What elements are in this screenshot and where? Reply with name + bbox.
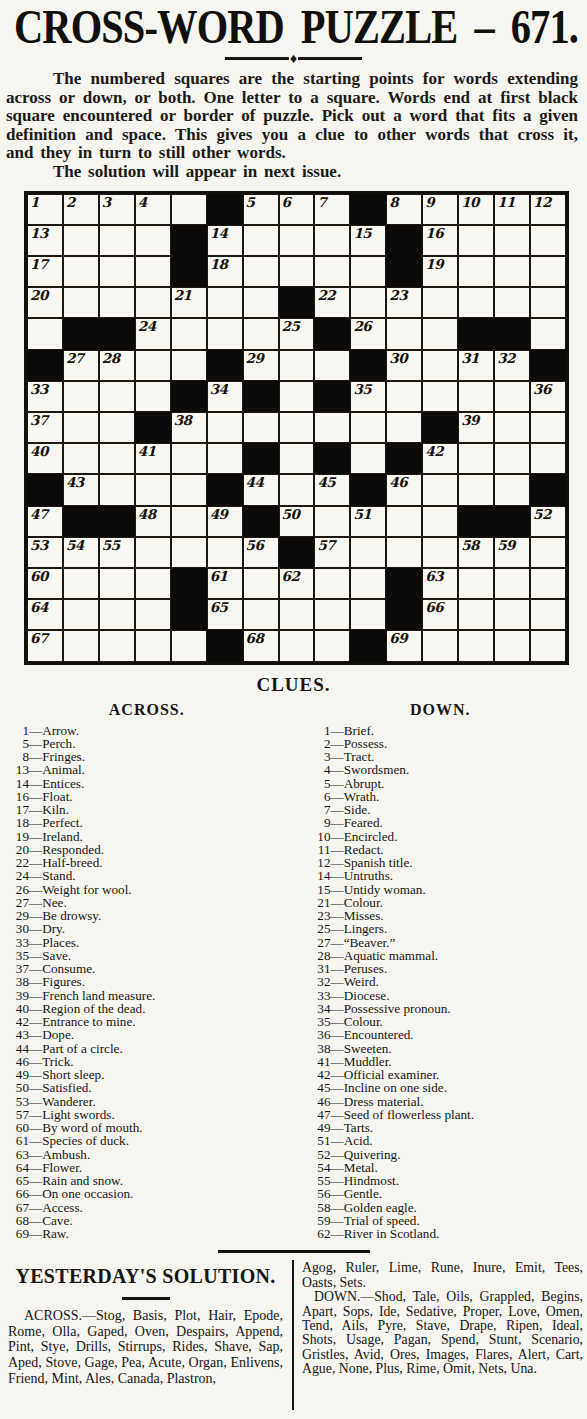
grid-cell[interactable] <box>314 506 350 537</box>
black-cell <box>422 412 458 443</box>
clue-number: 64 <box>5 1161 29 1174</box>
solution-across-text: ACROSS.—Stog, Basis, Plot, Hair, Epode, … <box>8 1308 283 1387</box>
grid-cell[interactable]: 17 <box>27 256 63 287</box>
clue-number: 14 <box>307 869 331 882</box>
grid-cell[interactable] <box>63 381 99 412</box>
black-cell <box>386 443 422 474</box>
grid-cell[interactable]: 59 <box>494 537 530 568</box>
grid-cell[interactable] <box>458 287 494 318</box>
grid-cell[interactable] <box>386 381 422 412</box>
black-cell <box>386 599 422 630</box>
grid-cell[interactable] <box>99 225 135 256</box>
grid-cell[interactable] <box>530 412 566 443</box>
grid-cell[interactable]: 1 <box>27 194 63 225</box>
grid-cell[interactable] <box>99 256 135 287</box>
clues-heading: CLUES. <box>0 674 587 696</box>
grid-cell[interactable] <box>135 474 171 505</box>
grid-cell[interactable]: 52 <box>530 506 566 537</box>
grid-cell[interactable]: 33 <box>27 381 63 412</box>
grid-cell[interactable]: 24 <box>135 318 171 349</box>
grid-cell[interactable]: 43 <box>63 474 99 505</box>
black-cell <box>350 194 386 225</box>
cell-number: 58 <box>461 537 479 553</box>
grid-cell[interactable] <box>494 599 530 630</box>
grid-cell[interactable] <box>494 256 530 287</box>
clue-item: 37—Consume. <box>5 962 294 975</box>
clue-item: 1—Brief. <box>307 724 587 737</box>
grid-cell[interactable]: 61 <box>207 568 243 599</box>
grid-cell[interactable]: 63 <box>422 568 458 599</box>
grid-cell[interactable]: 30 <box>386 350 422 381</box>
black-cell <box>207 474 243 505</box>
grid-cell[interactable] <box>243 412 279 443</box>
clue-item: 66—On one occasion. <box>5 1187 294 1200</box>
black-cell <box>171 568 207 599</box>
grid-cell[interactable] <box>171 537 207 568</box>
grid-cell[interactable]: 4 <box>135 194 171 225</box>
grid-cell[interactable] <box>27 318 63 349</box>
clue-number: 45 <box>307 1081 331 1094</box>
grid-cell[interactable]: 18 <box>207 256 243 287</box>
clue-item: 64—Flower. <box>5 1161 294 1174</box>
grid-cell[interactable]: 13 <box>27 225 63 256</box>
cell-number: 68 <box>246 630 264 646</box>
clue-number: 1 <box>5 724 29 737</box>
grid-cell[interactable] <box>422 287 458 318</box>
down-clue-list: 1—Brief.2—Possess.3—Tract.4—Swordsmen.5—… <box>294 724 587 1241</box>
grid-cell[interactable] <box>530 599 566 630</box>
grid-cell[interactable] <box>458 630 494 661</box>
grid-cell[interactable] <box>243 287 279 318</box>
clue-number: 67 <box>5 1201 29 1214</box>
grid-cell[interactable]: 46 <box>386 474 422 505</box>
grid-cell[interactable] <box>279 350 315 381</box>
grid-cell[interactable] <box>422 381 458 412</box>
clue-item: 33—Diocese. <box>307 989 587 1002</box>
grid-cell[interactable]: 12 <box>530 194 566 225</box>
grid-cell[interactable] <box>243 318 279 349</box>
grid-cell[interactable]: 51 <box>350 506 386 537</box>
clue-number: 5 <box>5 737 29 750</box>
grid-cell[interactable] <box>63 599 99 630</box>
grid-cell[interactable]: 60 <box>27 568 63 599</box>
grid-cell[interactable]: 69 <box>386 630 422 661</box>
grid-cell[interactable] <box>63 443 99 474</box>
grid-cell[interactable] <box>279 256 315 287</box>
cell-number: 50 <box>282 506 300 522</box>
clue-item: 51—Acid. <box>307 1134 587 1147</box>
grid-cell[interactable] <box>279 412 315 443</box>
grid-cell[interactable] <box>99 443 135 474</box>
black-cell <box>99 318 135 349</box>
grid-cell[interactable]: 37 <box>27 412 63 443</box>
grid-cell[interactable] <box>494 287 530 318</box>
black-cell <box>458 318 494 349</box>
clue-item: 56—Gentle. <box>307 1187 587 1200</box>
clue-number: 49 <box>307 1121 331 1134</box>
grid-cell[interactable] <box>350 537 386 568</box>
grid-cell[interactable] <box>422 537 458 568</box>
grid-cell[interactable]: 9 <box>422 194 458 225</box>
clue-number: 40 <box>5 1002 29 1015</box>
grid-cell[interactable] <box>422 506 458 537</box>
grid-cell[interactable]: 45 <box>314 474 350 505</box>
grid-cell[interactable] <box>63 568 99 599</box>
grid-cell[interactable] <box>171 318 207 349</box>
grid-cell[interactable]: 5 <box>243 194 279 225</box>
grid-cell[interactable] <box>207 537 243 568</box>
grid-cell[interactable] <box>243 225 279 256</box>
grid-cell[interactable] <box>279 381 315 412</box>
grid-cell[interactable] <box>458 225 494 256</box>
clue-item: 32—Weird. <box>307 975 587 988</box>
clue-number: 1 <box>307 724 331 737</box>
cell-number: 43 <box>66 474 84 490</box>
grid-cell[interactable] <box>171 630 207 661</box>
cell-number: 20 <box>30 287 48 303</box>
grid-cell[interactable] <box>135 381 171 412</box>
cell-number: 42 <box>425 443 443 459</box>
grid-cell[interactable] <box>530 225 566 256</box>
grid-cell[interactable] <box>279 599 315 630</box>
grid-cell[interactable] <box>135 350 171 381</box>
black-cell <box>243 506 279 537</box>
grid-cell[interactable] <box>314 225 350 256</box>
grid-cell[interactable] <box>494 474 530 505</box>
grid-cell[interactable]: 54 <box>63 537 99 568</box>
grid-cell[interactable] <box>314 599 350 630</box>
grid-cell[interactable]: 11 <box>494 194 530 225</box>
clue-item: 13—Animal. <box>5 763 294 776</box>
cell-number: 12 <box>533 194 551 210</box>
grid-cell[interactable] <box>530 630 566 661</box>
grid-cell[interactable] <box>135 599 171 630</box>
cell-number: 28 <box>102 350 120 366</box>
clue-number: 9 <box>307 816 331 829</box>
black-cell <box>99 506 135 537</box>
clue-item: 41—Muddler. <box>307 1055 587 1068</box>
cell-number: 57 <box>317 537 335 553</box>
clue-number: 44 <box>5 1042 29 1055</box>
grid-cell[interactable]: 68 <box>243 630 279 661</box>
grid-cell[interactable] <box>530 537 566 568</box>
grid-cell[interactable] <box>494 412 530 443</box>
cell-number: 41 <box>138 443 156 459</box>
black-cell <box>135 412 171 443</box>
grid-cell[interactable] <box>458 443 494 474</box>
grid-cell[interactable] <box>279 225 315 256</box>
grid-cell[interactable] <box>314 630 350 661</box>
clue-number: 6 <box>307 790 331 803</box>
grid-cell[interactable]: 6 <box>279 194 315 225</box>
clue-item: 34—Possessive pronoun. <box>307 1002 587 1015</box>
black-cell <box>207 630 243 661</box>
grid-cell[interactable] <box>135 256 171 287</box>
newspaper-page: { "game": "crossword", "title": "CROSS-W… <box>0 0 587 1419</box>
grid-cell[interactable]: 50 <box>279 506 315 537</box>
grid-cell[interactable] <box>458 568 494 599</box>
grid-cell[interactable] <box>207 287 243 318</box>
grid-cell[interactable]: 10 <box>458 194 494 225</box>
grid-cell[interactable]: 55 <box>99 537 135 568</box>
grid-cell[interactable] <box>171 194 207 225</box>
grid-cell[interactable]: 14 <box>207 225 243 256</box>
cell-number: 38 <box>174 412 192 428</box>
grid-cell[interactable]: 64 <box>27 599 63 630</box>
clue-item: 67—Access. <box>5 1201 294 1214</box>
grid-cell[interactable] <box>279 630 315 661</box>
grid-cell[interactable]: 31 <box>458 350 494 381</box>
grid-cell[interactable]: 38 <box>171 412 207 443</box>
grid-cell[interactable] <box>99 381 135 412</box>
grid-cell[interactable] <box>171 443 207 474</box>
clue-item: 58—Golden eagle. <box>307 1201 587 1214</box>
black-cell <box>350 630 386 661</box>
clue-number: 31 <box>307 962 331 975</box>
clue-item: 12—Spanish title. <box>307 856 587 869</box>
grid-cell[interactable] <box>243 256 279 287</box>
grid-cell[interactable]: 49 <box>207 506 243 537</box>
grid-cell[interactable] <box>279 474 315 505</box>
grid-cell[interactable] <box>422 474 458 505</box>
cell-number: 34 <box>210 381 228 397</box>
clue-number: 5 <box>307 777 331 790</box>
cell-number: 35 <box>353 381 371 397</box>
cell-number: 14 <box>210 225 228 241</box>
grid-cell[interactable] <box>99 474 135 505</box>
grid-cell[interactable]: 2 <box>63 194 99 225</box>
grid-cell[interactable]: 20 <box>27 287 63 318</box>
clue-number: 13 <box>5 763 29 776</box>
grid-cell[interactable]: 42 <box>422 443 458 474</box>
clue-item: 6—Wrath. <box>307 790 587 803</box>
grid-cell[interactable]: 47 <box>27 506 63 537</box>
across-clues-column: ACROSS. 1—Arrow.5—Perch.8—Fringes.13—Ani… <box>0 696 294 1241</box>
grid-cell[interactable]: 48 <box>135 506 171 537</box>
clue-item: 62—River in Scotland. <box>307 1227 587 1240</box>
grid-cell[interactable] <box>243 599 279 630</box>
clue-number: 60 <box>5 1121 29 1134</box>
grid-cell[interactable]: 26 <box>350 318 386 349</box>
cell-number: 64 <box>30 599 48 615</box>
cell-number: 24 <box>138 318 156 334</box>
grid-cell[interactable] <box>135 225 171 256</box>
clue-item: 25—Lingers. <box>307 922 587 935</box>
cell-number: 54 <box>66 537 84 553</box>
grid-cell[interactable] <box>135 537 171 568</box>
grid-cell[interactable] <box>135 568 171 599</box>
grid-cell[interactable]: 16 <box>422 225 458 256</box>
cell-number: 18 <box>210 256 228 272</box>
black-cell <box>386 225 422 256</box>
clue-item: 16—Float. <box>5 790 294 803</box>
clue-number: 29 <box>5 909 29 922</box>
grid-cell[interactable] <box>494 225 530 256</box>
page-title: CROSS-WORD PUZZLE – 671. <box>14 2 507 52</box>
grid-cell[interactable] <box>314 568 350 599</box>
grid-cell[interactable] <box>207 412 243 443</box>
grid-cell[interactable]: 19 <box>422 256 458 287</box>
grid-cell[interactable] <box>350 599 386 630</box>
grid-cell[interactable] <box>63 412 99 443</box>
cell-number: 48 <box>138 506 156 522</box>
instructions-paragraph: The numbered squares are the starting po… <box>6 70 578 163</box>
grid-cell[interactable]: 27 <box>63 350 99 381</box>
black-cell <box>171 381 207 412</box>
clue-number: 10 <box>307 830 331 843</box>
grid-cell[interactable] <box>350 443 386 474</box>
grid-cell[interactable]: 44 <box>243 474 279 505</box>
clue-item: 18—Perfect. <box>5 816 294 829</box>
grid-cell[interactable] <box>386 412 422 443</box>
grid-cell[interactable] <box>207 443 243 474</box>
cell-number: 3 <box>102 194 111 210</box>
grid-cell[interactable]: 67 <box>27 630 63 661</box>
grid-cell[interactable] <box>350 256 386 287</box>
grid-cell[interactable] <box>350 568 386 599</box>
cell-number: 40 <box>30 443 48 459</box>
grid-cell[interactable]: 39 <box>458 412 494 443</box>
grid-cell[interactable]: 58 <box>458 537 494 568</box>
grid-cell[interactable] <box>135 287 171 318</box>
grid-cell[interactable]: 25 <box>279 318 315 349</box>
cell-number: 39 <box>461 412 479 428</box>
clue-item: 4—Swordsmen. <box>307 763 587 776</box>
grid-cell[interactable]: 41 <box>135 443 171 474</box>
grid-cell[interactable] <box>99 568 135 599</box>
grid-cell[interactable] <box>171 350 207 381</box>
grid-cell[interactable]: 15 <box>350 225 386 256</box>
clue-item: 49—Tarts. <box>307 1121 587 1134</box>
grid-cell[interactable]: 32 <box>494 350 530 381</box>
grid-cell[interactable]: 36 <box>530 381 566 412</box>
grid-cell[interactable] <box>171 474 207 505</box>
grid-cell[interactable] <box>135 630 171 661</box>
clue-item: 35—Save. <box>5 949 294 962</box>
grid-cell[interactable] <box>494 381 530 412</box>
grid-cell[interactable]: 56 <box>243 537 279 568</box>
grid-cell[interactable] <box>458 256 494 287</box>
clue-number: 69 <box>5 1227 29 1240</box>
cell-number: 37 <box>30 412 48 428</box>
grid-cell[interactable] <box>63 256 99 287</box>
grid-cell[interactable] <box>99 630 135 661</box>
clue-item: 53—Wanderer. <box>5 1095 294 1108</box>
clue-text: Raw. <box>42 1226 69 1241</box>
grid-cell[interactable]: 8 <box>386 194 422 225</box>
grid-cell[interactable] <box>99 287 135 318</box>
grid-cell[interactable] <box>458 474 494 505</box>
grid-cell[interactable] <box>99 412 135 443</box>
grid-cell[interactable]: 57 <box>314 537 350 568</box>
grid-cell[interactable]: 53 <box>27 537 63 568</box>
grid-cell[interactable] <box>171 506 207 537</box>
section-divider-rule <box>218 1250 370 1253</box>
grid-cell[interactable]: 22 <box>314 287 350 318</box>
grid-cell[interactable]: 7 <box>314 194 350 225</box>
grid-cell[interactable] <box>530 256 566 287</box>
grid-cell[interactable]: 40 <box>27 443 63 474</box>
grid-cell[interactable]: 29 <box>243 350 279 381</box>
cell-number: 47 <box>30 506 48 522</box>
cell-number: 63 <box>425 568 443 584</box>
grid-cell[interactable] <box>386 537 422 568</box>
grid-cell[interactable] <box>279 443 315 474</box>
grid-cell[interactable]: 34 <box>207 381 243 412</box>
grid-cell[interactable] <box>63 630 99 661</box>
clue-number: 50 <box>5 1081 29 1094</box>
clue-number: 12 <box>307 856 331 869</box>
grid-cell[interactable] <box>314 350 350 381</box>
grid-cell[interactable] <box>494 568 530 599</box>
grid-cell[interactable] <box>243 568 279 599</box>
cell-number: 65 <box>210 599 228 615</box>
yesterdays-solution-section: YESTERDAY'S SOLUTION. ACROSS.—Stog, Basi… <box>0 1260 587 1410</box>
grid-cell[interactable] <box>314 412 350 443</box>
solution-notice: The solution will appear in next issue. <box>6 163 578 182</box>
grid-cell[interactable]: 21 <box>171 287 207 318</box>
grid-cell[interactable] <box>530 287 566 318</box>
cell-number: 53 <box>30 537 48 553</box>
grid-cell[interactable]: 66 <box>422 599 458 630</box>
clue-item: 63—Ambush. <box>5 1148 294 1161</box>
grid-cell[interactable] <box>314 256 350 287</box>
grid-cell[interactable] <box>350 412 386 443</box>
down-clues-column: DOWN. 1—Brief.2—Possess.3—Tract.4—Swords… <box>294 696 587 1241</box>
clue-item: 38—Figures. <box>5 975 294 988</box>
clue-item: 8—Fringes. <box>5 750 294 763</box>
clue-item: 3—Tract. <box>307 750 587 763</box>
grid-cell[interactable] <box>386 506 422 537</box>
instructions: The numbered squares are the starting po… <box>6 70 578 182</box>
clue-number: 4 <box>307 763 331 776</box>
grid-cell[interactable] <box>422 350 458 381</box>
grid-cell[interactable] <box>458 599 494 630</box>
grid-cell[interactable] <box>422 630 458 661</box>
grid-cell[interactable]: 3 <box>99 194 135 225</box>
clue-number: 17 <box>5 803 29 816</box>
black-cell <box>63 506 99 537</box>
clue-item: 49—Short sleep. <box>5 1068 294 1081</box>
grid-cell[interactable] <box>530 568 566 599</box>
divider-line-left <box>225 57 289 60</box>
grid-cell[interactable] <box>63 225 99 256</box>
clue-item: 19—Ireland. <box>5 830 294 843</box>
grid-cell[interactable] <box>494 630 530 661</box>
grid-cell[interactable] <box>494 443 530 474</box>
grid-cell[interactable]: 28 <box>99 350 135 381</box>
grid-cell[interactable] <box>63 287 99 318</box>
clue-text: River in Scotland. <box>344 1226 440 1241</box>
grid-cell[interactable] <box>530 318 566 349</box>
grid-cell[interactable] <box>458 381 494 412</box>
grid-cell[interactable]: 65 <box>207 599 243 630</box>
grid-cell[interactable] <box>530 443 566 474</box>
clue-number: 22 <box>5 856 29 869</box>
grid-cell[interactable] <box>207 318 243 349</box>
clue-number: 51 <box>307 1134 331 1147</box>
grid-cell[interactable]: 62 <box>279 568 315 599</box>
clue-item: 9—Feared. <box>307 816 587 829</box>
grid-cell[interactable]: 35 <box>350 381 386 412</box>
grid-cell[interactable]: 23 <box>386 287 422 318</box>
grid-cell[interactable] <box>350 287 386 318</box>
grid-cell[interactable] <box>99 599 135 630</box>
grid-cell[interactable] <box>386 318 422 349</box>
grid-cell[interactable] <box>422 318 458 349</box>
clue-item: 47—Seed of flowerless plant. <box>307 1108 587 1121</box>
clue-item: 46—Trick. <box>5 1055 294 1068</box>
